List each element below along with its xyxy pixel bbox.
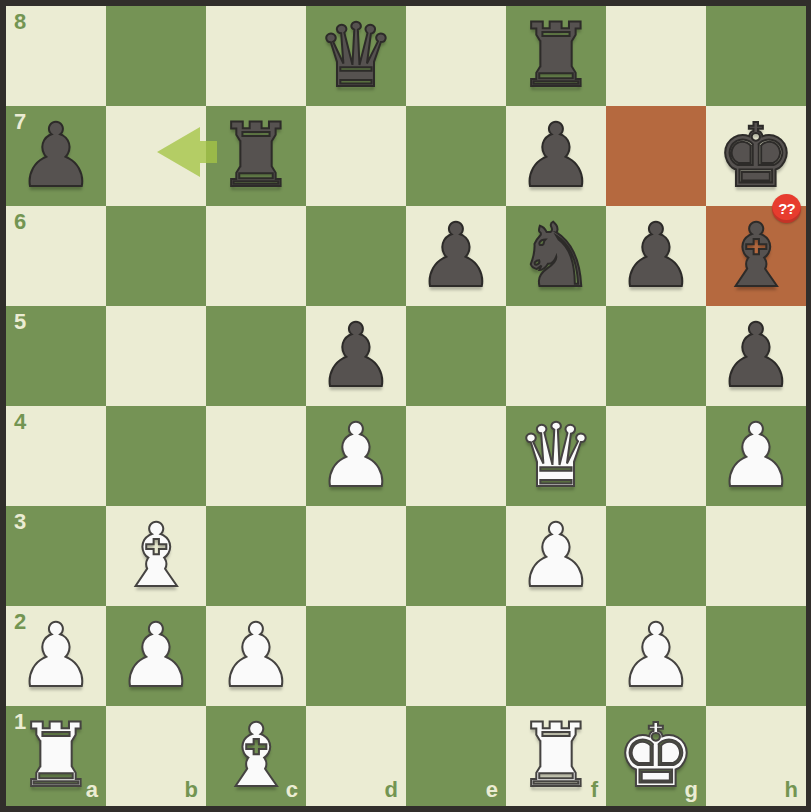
square-b2[interactable]: ♟	[106, 606, 206, 706]
square-g5[interactable]	[606, 306, 706, 406]
square-a4[interactable]: 4	[6, 406, 106, 506]
square-a3[interactable]: 3	[6, 506, 106, 606]
rank-label-5: 5	[14, 311, 26, 333]
square-h4[interactable]: ♟	[706, 406, 806, 506]
square-d1[interactable]: d	[306, 706, 406, 806]
square-f2[interactable]	[506, 606, 606, 706]
chess-board-window: 8♛♜7♟♜♟♚6♟♞♟♝5♟♟4♟♛♟3♝♟2♟♟♟♟1a♜bc♝def♜g♚…	[0, 0, 811, 812]
piece-white-pawn-b2[interactable]: ♟	[106, 606, 206, 706]
square-c7[interactable]: ♜	[206, 106, 306, 206]
square-e7[interactable]	[406, 106, 506, 206]
file-label-b: b	[185, 779, 198, 801]
square-b7[interactable]	[106, 106, 206, 206]
square-f5[interactable]	[506, 306, 606, 406]
square-e4[interactable]	[406, 406, 506, 506]
square-f1[interactable]: f♜	[506, 706, 606, 806]
chess-board: 8♛♜7♟♜♟♚6♟♞♟♝5♟♟4♟♛♟3♝♟2♟♟♟♟1a♜bc♝def♜g♚…	[6, 6, 806, 806]
square-c4[interactable]	[206, 406, 306, 506]
square-f7[interactable]: ♟	[506, 106, 606, 206]
square-g8[interactable]	[606, 6, 706, 106]
piece-black-knight-f6[interactable]: ♞	[506, 206, 606, 306]
square-g6[interactable]: ♟	[606, 206, 706, 306]
piece-white-bishop-c1[interactable]: ♝	[206, 706, 306, 806]
square-e5[interactable]	[406, 306, 506, 406]
piece-white-pawn-d4[interactable]: ♟	[306, 406, 406, 506]
square-f4[interactable]: ♛	[506, 406, 606, 506]
rank-label-8: 8	[14, 11, 26, 33]
file-label-e: e	[486, 779, 498, 801]
square-d7[interactable]	[306, 106, 406, 206]
piece-black-pawn-a7[interactable]: ♟	[6, 106, 106, 206]
square-c5[interactable]	[206, 306, 306, 406]
square-a2[interactable]: 2♟	[6, 606, 106, 706]
piece-white-queen-f4[interactable]: ♛	[506, 406, 606, 506]
square-b5[interactable]	[106, 306, 206, 406]
piece-white-pawn-f3[interactable]: ♟	[506, 506, 606, 606]
square-d6[interactable]	[306, 206, 406, 306]
square-h8[interactable]	[706, 6, 806, 106]
square-g1[interactable]: g♚	[606, 706, 706, 806]
square-c6[interactable]	[206, 206, 306, 306]
square-a5[interactable]: 5	[6, 306, 106, 406]
square-b8[interactable]	[106, 6, 206, 106]
piece-white-king-g1[interactable]: ♚	[606, 706, 706, 806]
square-h3[interactable]	[706, 506, 806, 606]
square-d2[interactable]	[306, 606, 406, 706]
blunder-badge-label: ??	[778, 200, 794, 217]
square-c2[interactable]: ♟	[206, 606, 306, 706]
piece-black-pawn-g6[interactable]: ♟	[606, 206, 706, 306]
square-d5[interactable]: ♟	[306, 306, 406, 406]
square-a1[interactable]: 1a♜	[6, 706, 106, 806]
piece-black-pawn-e6[interactable]: ♟	[406, 206, 506, 306]
piece-white-pawn-a2[interactable]: ♟	[6, 606, 106, 706]
piece-black-rook-f8[interactable]: ♜	[506, 6, 606, 106]
piece-black-pawn-h5[interactable]: ♟	[706, 306, 806, 406]
piece-black-pawn-d5[interactable]: ♟	[306, 306, 406, 406]
square-b4[interactable]	[106, 406, 206, 506]
square-h2[interactable]	[706, 606, 806, 706]
square-e2[interactable]	[406, 606, 506, 706]
piece-black-rook-c7[interactable]: ♜	[206, 106, 306, 206]
piece-white-pawn-g2[interactable]: ♟	[606, 606, 706, 706]
square-g3[interactable]	[606, 506, 706, 606]
square-h7[interactable]: ♚	[706, 106, 806, 206]
square-a7[interactable]: 7♟	[6, 106, 106, 206]
square-c8[interactable]	[206, 6, 306, 106]
square-h5[interactable]: ♟	[706, 306, 806, 406]
square-e8[interactable]	[406, 6, 506, 106]
square-e3[interactable]	[406, 506, 506, 606]
blunder-badge: ??	[772, 194, 801, 223]
square-d3[interactable]	[306, 506, 406, 606]
square-g2[interactable]: ♟	[606, 606, 706, 706]
piece-white-rook-a1[interactable]: ♜	[6, 706, 106, 806]
piece-black-queen-d8[interactable]: ♛	[306, 6, 406, 106]
piece-white-rook-f1[interactable]: ♜	[506, 706, 606, 806]
square-c1[interactable]: c♝	[206, 706, 306, 806]
square-b3[interactable]: ♝	[106, 506, 206, 606]
square-g7[interactable]	[606, 106, 706, 206]
square-g4[interactable]	[606, 406, 706, 506]
piece-white-bishop-b3[interactable]: ♝	[106, 506, 206, 606]
piece-white-pawn-h4[interactable]: ♟	[706, 406, 806, 506]
square-h1[interactable]: h	[706, 706, 806, 806]
piece-black-king-h7[interactable]: ♚	[706, 106, 806, 206]
square-b6[interactable]	[106, 206, 206, 306]
piece-black-pawn-f7[interactable]: ♟	[506, 106, 606, 206]
file-label-h: h	[785, 779, 798, 801]
square-e1[interactable]: e	[406, 706, 506, 806]
square-f6[interactable]: ♞	[506, 206, 606, 306]
square-a6[interactable]: 6	[6, 206, 106, 306]
square-f3[interactable]: ♟	[506, 506, 606, 606]
file-label-d: d	[385, 779, 398, 801]
rank-label-4: 4	[14, 411, 26, 433]
rank-label-6: 6	[14, 211, 26, 233]
square-c3[interactable]	[206, 506, 306, 606]
rank-label-3: 3	[14, 511, 26, 533]
square-a8[interactable]: 8	[6, 6, 106, 106]
square-d4[interactable]: ♟	[306, 406, 406, 506]
square-f8[interactable]: ♜	[506, 6, 606, 106]
square-e6[interactable]: ♟	[406, 206, 506, 306]
square-d8[interactable]: ♛	[306, 6, 406, 106]
piece-white-pawn-c2[interactable]: ♟	[206, 606, 306, 706]
square-b1[interactable]: b	[106, 706, 206, 806]
